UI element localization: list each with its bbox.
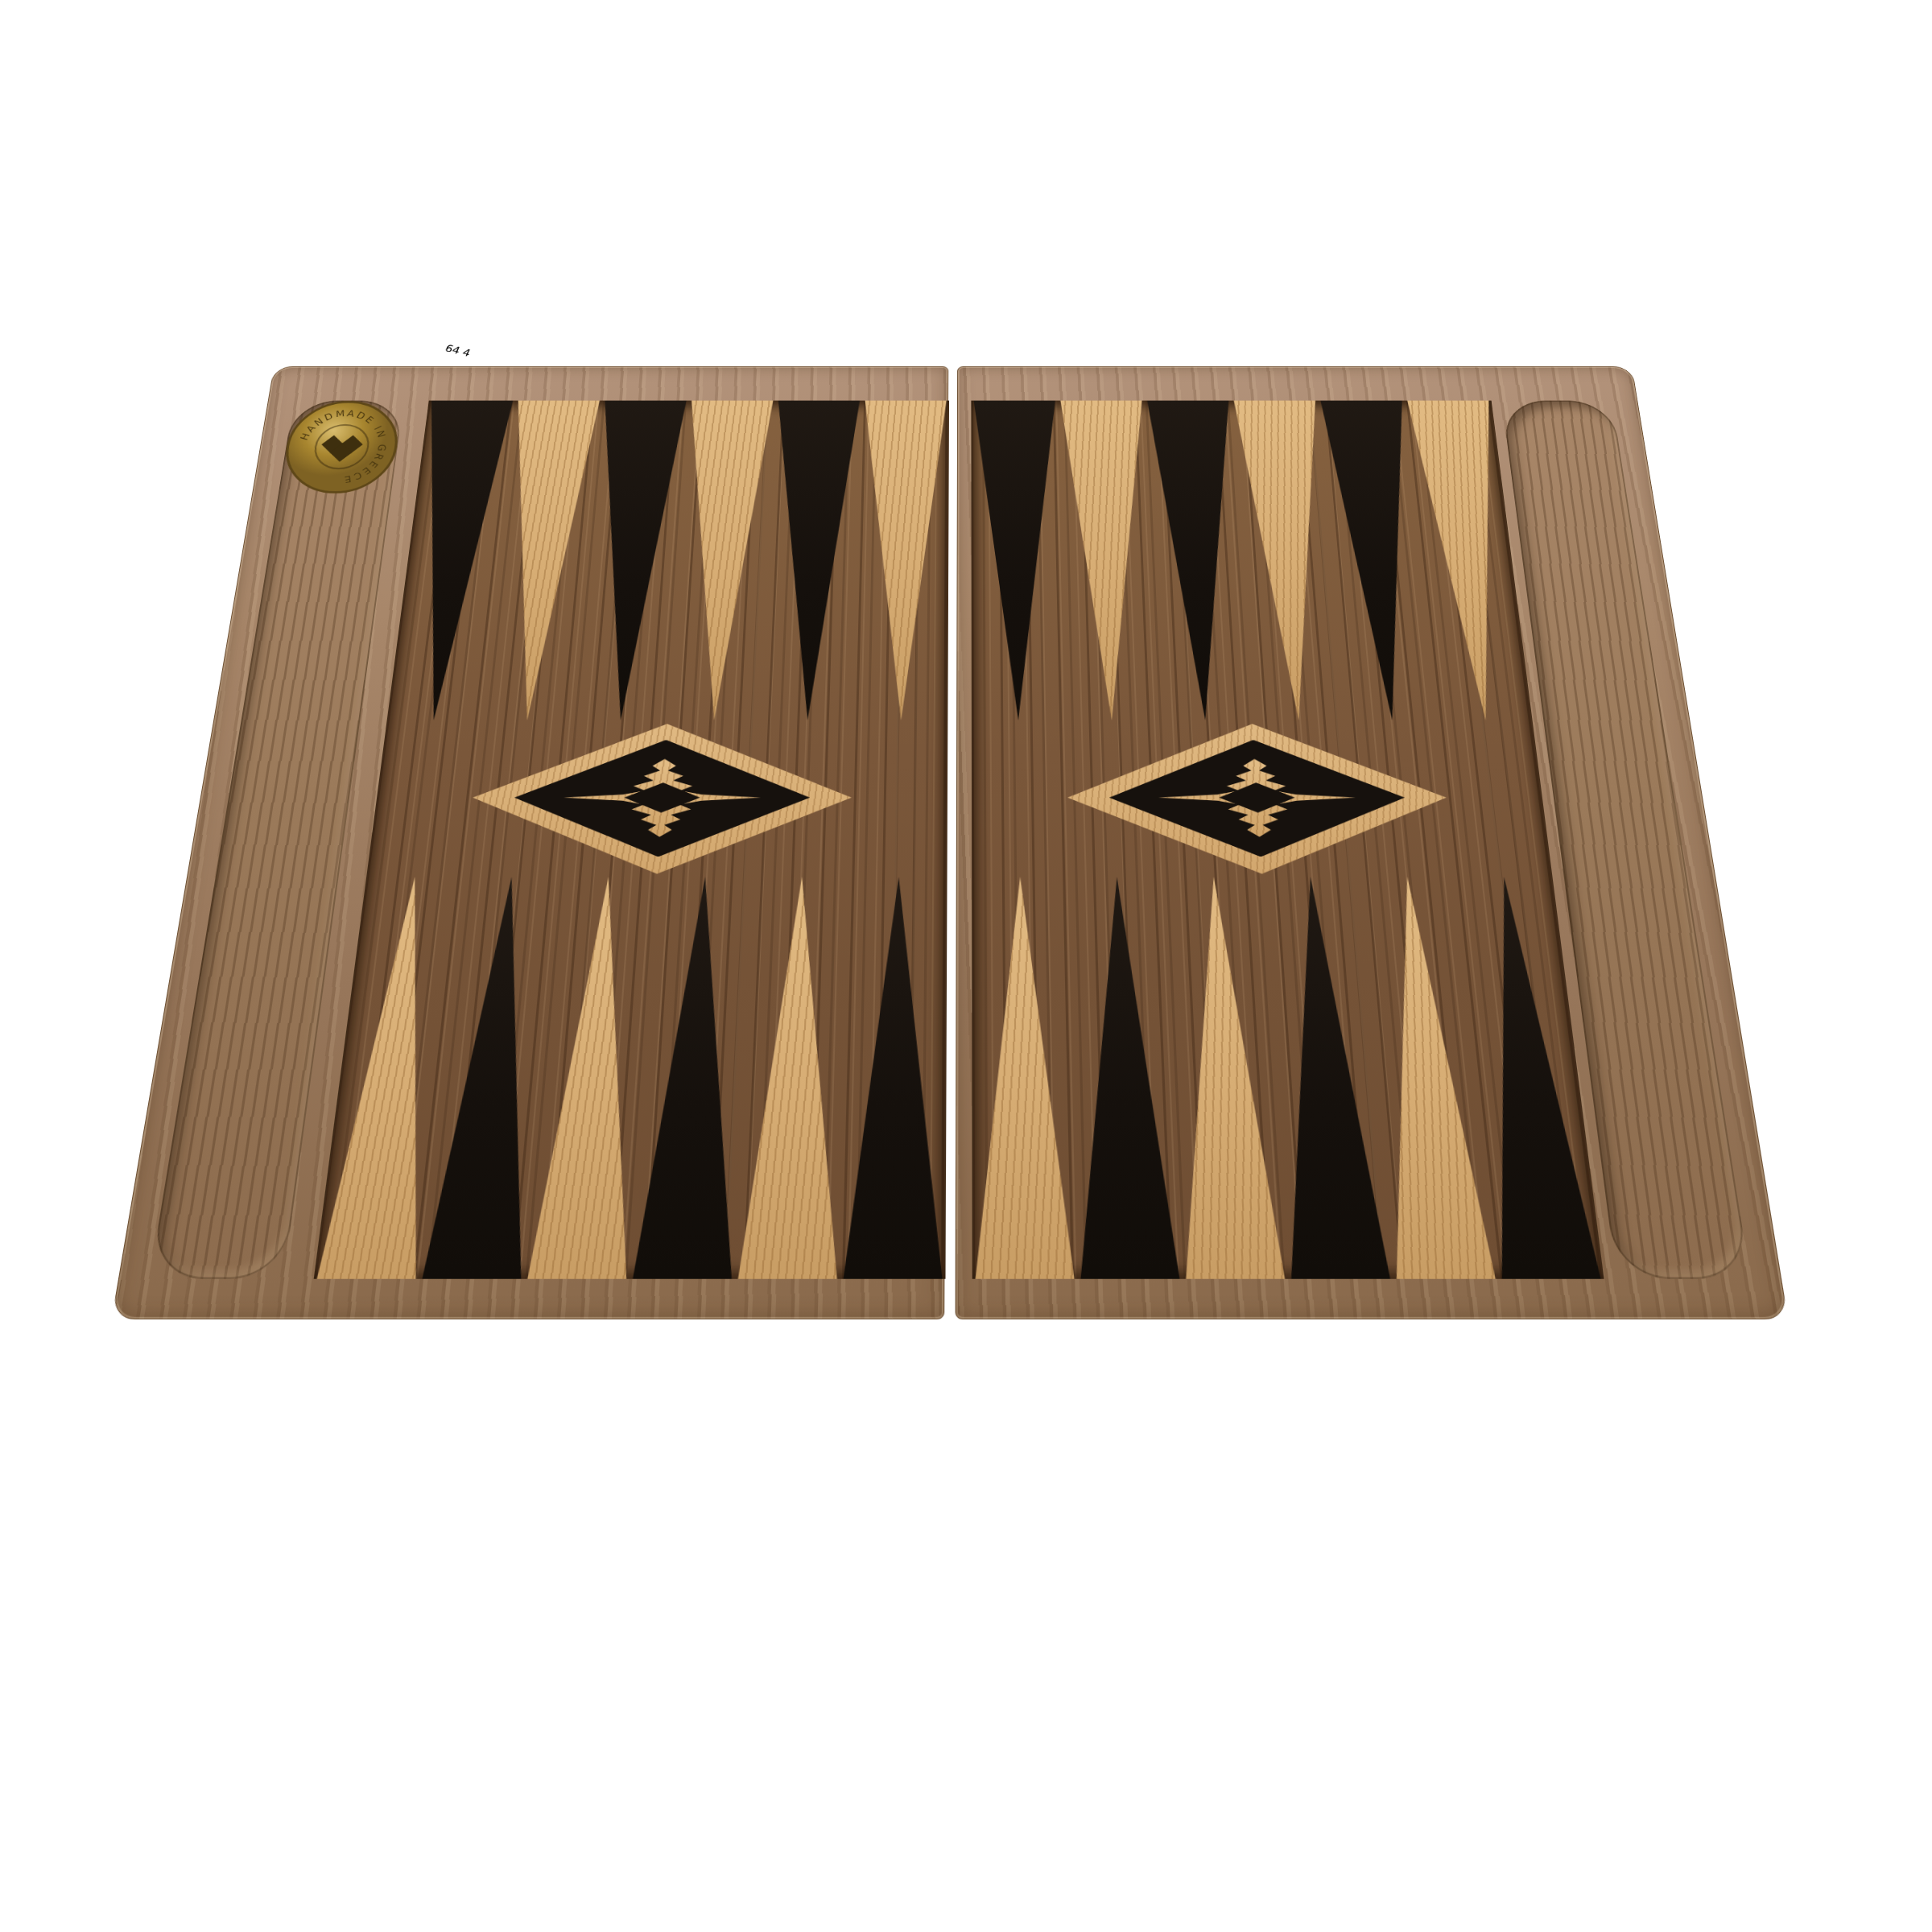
point-7[interactable] [840, 877, 947, 1279]
point-19[interactable] [971, 401, 1065, 720]
point-4[interactable] [1166, 877, 1289, 1279]
point-8[interactable] [735, 877, 850, 1279]
right-playing-field [971, 401, 1604, 1279]
point-21[interactable] [1145, 401, 1252, 720]
point-1[interactable] [1455, 877, 1604, 1279]
backgammon-board: HANDMADE IN GREECE 64 4 [112, 366, 1821, 1318]
left-checker-tray: HANDMADE IN GREECE [150, 401, 404, 1279]
backgammon-set: HANDMADE IN GREECE 64 4 [201, 273, 1731, 1311]
board-right-half [956, 366, 1789, 1319]
point-10[interactable] [524, 877, 657, 1279]
point-2[interactable] [1359, 877, 1499, 1279]
point-11[interactable] [419, 877, 560, 1279]
point-12[interactable] [314, 877, 464, 1279]
die-black-5[interactable] [412, 481, 460, 519]
point-6[interactable] [972, 877, 1077, 1279]
brass-hinge-icon [1641, 366, 1798, 1318]
point-17[interactable] [761, 401, 862, 720]
point-16[interactable] [667, 401, 776, 720]
diamond-inlay [1066, 724, 1455, 873]
left-tray-divider [119, 401, 287, 1279]
point-22[interactable] [1232, 401, 1346, 720]
tray-panel: HANDMADE IN GREECE [278, 401, 403, 497]
right-checker-tray [1501, 401, 1750, 1279]
point-20[interactable] [1058, 401, 1158, 720]
point-3[interactable] [1262, 877, 1393, 1279]
die-white-5[interactable] [424, 410, 469, 450]
point-5[interactable] [1068, 877, 1183, 1279]
left-playing-field: 64 4 [314, 401, 949, 1279]
brass-hinge-icon [1649, 366, 1810, 1318]
case-front-edge [1658, 366, 1820, 1318]
brass-medallion-icon: HANDMADE IN GREECE [279, 401, 404, 494]
point-15[interactable] [574, 401, 689, 720]
board-left-half: HANDMADE IN GREECE 64 4 [111, 366, 948, 1319]
diamond-inlay [464, 724, 853, 873]
right-tray-divider [956, 401, 980, 1279]
point-9[interactable] [630, 877, 753, 1279]
